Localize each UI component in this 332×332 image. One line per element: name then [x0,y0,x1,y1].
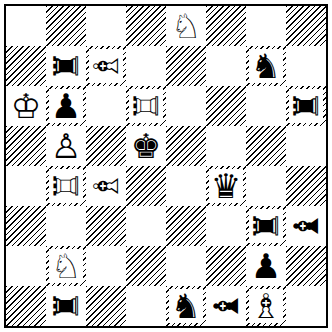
square-a8[interactable] [6,6,46,46]
square-g8[interactable] [246,6,286,46]
square-e7[interactable] [166,46,206,86]
square-c2[interactable] [86,246,126,286]
piece-black-pawn[interactable]: ♟ [251,246,281,286]
square-h3[interactable]: ♝ [286,206,326,246]
square-a4[interactable] [6,166,46,206]
piece-white-bishop[interactable]: ♗ [251,286,281,326]
square-f4[interactable]: ♛ [206,166,246,206]
square-h6[interactable]: ♜ [286,86,326,126]
piece-black-bishop[interactable]: ♝ [286,211,326,241]
piece-white-pawn[interactable]: ♙ [51,126,81,166]
square-a1[interactable] [6,286,46,326]
square-c6[interactable] [86,86,126,126]
square-f7[interactable] [206,46,246,86]
piece-white-knight[interactable]: ♘ [51,246,81,286]
square-c5[interactable] [86,126,126,166]
square-c8[interactable] [86,6,126,46]
piece-black-rook[interactable]: ♜ [286,91,326,121]
square-b8[interactable] [46,6,86,46]
square-a7[interactable] [6,46,46,86]
square-e1[interactable]: ♞ [166,286,206,326]
piece-white-king[interactable]: ♔ [11,86,41,126]
square-h5[interactable] [286,126,326,166]
square-g4[interactable] [246,166,286,206]
square-f3[interactable] [206,206,246,246]
square-g7[interactable]: ♞ [246,46,286,86]
square-b5[interactable]: ♙ [46,126,86,166]
piece-white-knight[interactable]: ♘ [171,6,201,46]
square-g3[interactable]: ♜ [246,206,286,246]
square-e6[interactable] [166,86,206,126]
piece-black-knight[interactable]: ♞ [251,46,281,86]
square-b4[interactable]: ♖ [46,166,86,206]
piece-white-bishop[interactable]: ♗ [86,171,126,201]
square-b3[interactable] [46,206,86,246]
square-c3[interactable] [86,206,126,246]
square-g1[interactable]: ♗ [246,286,286,326]
square-h2[interactable] [286,246,326,286]
square-f6[interactable] [206,86,246,126]
piece-white-bishop[interactable]: ♗ [86,51,126,81]
square-f5[interactable] [206,126,246,166]
square-c7[interactable]: ♗ [86,46,126,86]
square-e2[interactable] [166,246,206,286]
square-d3[interactable] [126,206,166,246]
square-h4[interactable] [286,166,326,206]
piece-black-rook[interactable]: ♜ [46,291,86,321]
square-a5[interactable] [6,126,46,166]
square-d8[interactable] [126,6,166,46]
piece-black-bishop[interactable]: ♝ [206,291,246,321]
square-b6[interactable]: ♟ [46,86,86,126]
square-c4[interactable]: ♗ [86,166,126,206]
square-g2[interactable]: ♟ [246,246,286,286]
board-border: ♘♜♗♞♔♟♖♜♙♚♖♗♛♜♝♘♟♜♞♝♗ [4,4,328,328]
square-f1[interactable]: ♝ [206,286,246,326]
piece-white-rook[interactable]: ♖ [46,171,86,201]
piece-black-knight[interactable]: ♞ [171,286,201,326]
square-b2[interactable]: ♘ [46,246,86,286]
square-f2[interactable] [206,246,246,286]
square-h7[interactable] [286,46,326,86]
square-d1[interactable] [126,286,166,326]
piece-black-pawn[interactable]: ♟ [51,86,81,126]
square-h1[interactable] [286,286,326,326]
square-d4[interactable] [126,166,166,206]
piece-black-rook[interactable]: ♜ [246,211,286,241]
square-d6[interactable]: ♖ [126,86,166,126]
square-a3[interactable] [6,206,46,246]
square-d5[interactable]: ♚ [126,126,166,166]
square-g6[interactable] [246,86,286,126]
square-a2[interactable] [6,246,46,286]
square-b1[interactable]: ♜ [46,286,86,326]
piece-black-king[interactable]: ♚ [131,126,161,166]
square-g5[interactable] [246,126,286,166]
square-e8[interactable]: ♘ [166,6,206,46]
piece-black-queen[interactable]: ♛ [211,166,241,206]
square-h8[interactable] [286,6,326,46]
chess-board: ♘♜♗♞♔♟♖♜♙♚♖♗♛♜♝♘♟♜♞♝♗ [6,6,326,326]
square-e4[interactable] [166,166,206,206]
square-a6[interactable]: ♔ [6,86,46,126]
diagram-frame: ♘♜♗♞♔♟♖♜♙♚♖♗♛♜♝♘♟♜♞♝♗ [0,0,332,332]
square-f8[interactable] [206,6,246,46]
square-e3[interactable] [166,206,206,246]
square-d2[interactable] [126,246,166,286]
piece-black-rook[interactable]: ♜ [46,51,86,81]
square-c1[interactable] [86,286,126,326]
piece-white-rook[interactable]: ♖ [126,91,166,121]
square-d7[interactable] [126,46,166,86]
square-b7[interactable]: ♜ [46,46,86,86]
square-e5[interactable] [166,126,206,166]
